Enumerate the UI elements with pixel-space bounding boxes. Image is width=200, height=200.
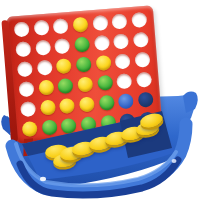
loose-yellow-disc-9[interactable]	[138, 111, 163, 129]
loose-disc-layer	[0, 0, 200, 200]
connect-four-photo	[0, 0, 200, 200]
